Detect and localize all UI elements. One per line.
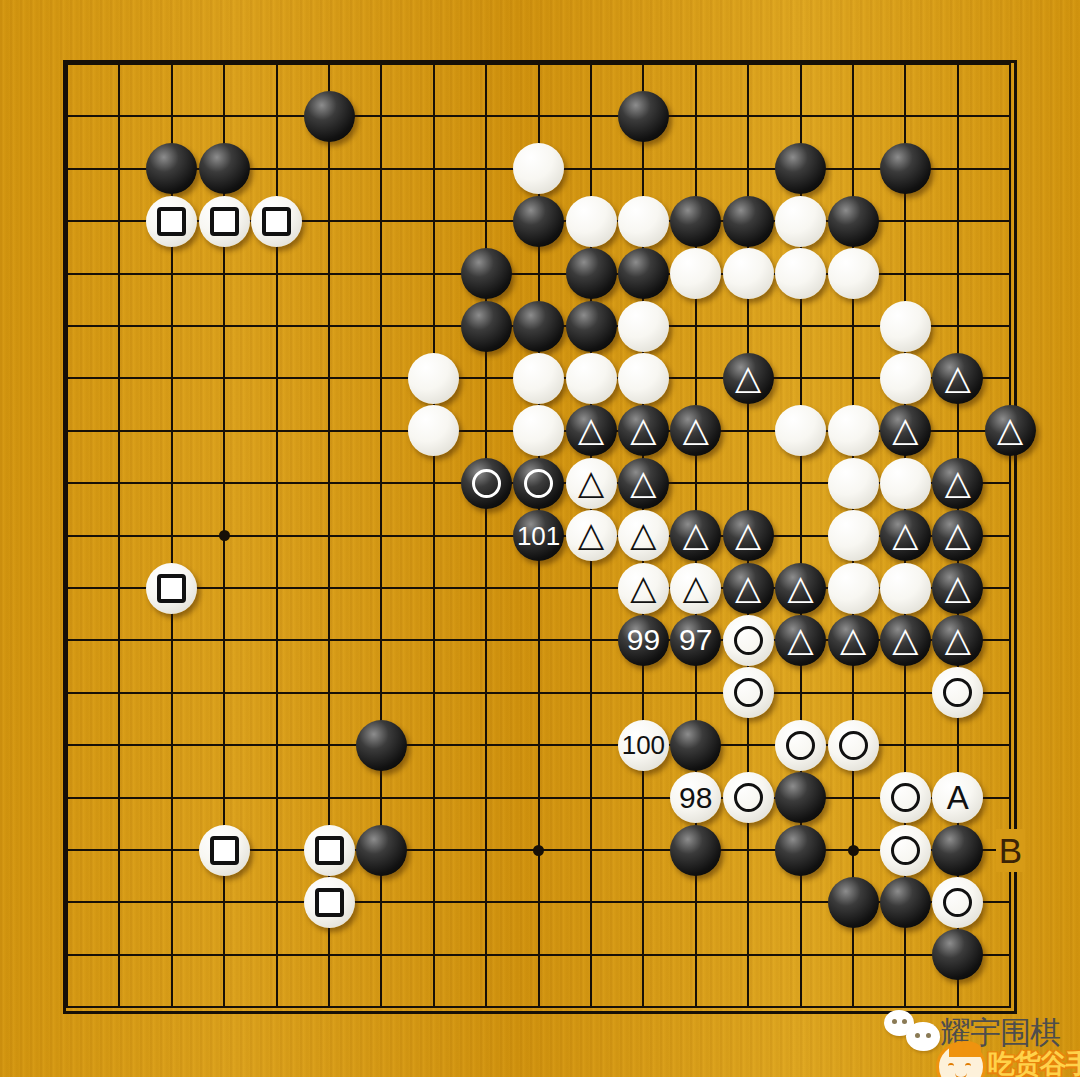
triangle-mark: △: [683, 412, 709, 446]
white-stone: [723, 772, 774, 823]
move-number: 98: [679, 783, 712, 813]
black-stone: △: [566, 405, 617, 456]
black-stone: [775, 825, 826, 876]
point-letter-label: B: [996, 829, 1025, 872]
black-stone: 99: [618, 615, 669, 666]
square-mark: [210, 836, 239, 865]
black-stone: △: [880, 615, 931, 666]
triangle-mark: △: [578, 412, 604, 446]
white-stone: [828, 510, 879, 561]
circle-mark: [472, 469, 501, 498]
triangle-mark: △: [945, 517, 971, 551]
white-stone: [304, 877, 355, 928]
circle-mark: [734, 626, 763, 655]
circle-mark: [734, 678, 763, 707]
white-stone: [880, 301, 931, 352]
white-stone: [828, 248, 879, 299]
triangle-mark: △: [945, 622, 971, 656]
square-mark: [210, 207, 239, 236]
black-stone: [513, 301, 564, 352]
white-stone: [775, 720, 826, 771]
triangle-mark: △: [630, 517, 656, 551]
triangle-mark: △: [735, 517, 761, 551]
black-stone: △: [880, 510, 931, 561]
move-number: 99: [627, 625, 660, 655]
black-stone: △: [723, 563, 774, 614]
white-stone: △: [618, 563, 669, 614]
watermark-face-icon: [936, 1042, 986, 1077]
black-stone: △: [985, 405, 1036, 456]
triangle-mark: △: [788, 622, 814, 656]
white-stone: [828, 405, 879, 456]
white-stone: [828, 458, 879, 509]
square-mark: [315, 836, 344, 865]
white-stone: [618, 353, 669, 404]
go-board: △△△△△△△△△△101△△△△△△△△△△△9997△△△△10098AB: [0, 0, 1080, 1077]
triangle-mark: △: [892, 412, 918, 446]
black-stone: [880, 877, 931, 928]
black-stone: [304, 91, 355, 142]
star-point: [848, 845, 859, 856]
white-stone: [775, 248, 826, 299]
black-stone: △: [932, 353, 983, 404]
white-stone: △: [618, 510, 669, 561]
triangle-mark: △: [735, 360, 761, 394]
screenshot-root: △△△△△△△△△△101△△△△△△△△△△△9997△△△△10098AB …: [0, 0, 1080, 1077]
white-stone: [880, 458, 931, 509]
circle-mark: [524, 469, 553, 498]
black-stone: △: [775, 563, 826, 614]
white-stone: 100: [618, 720, 669, 771]
black-stone: [356, 720, 407, 771]
black-stone: [670, 720, 721, 771]
triangle-mark: △: [578, 465, 604, 499]
white-stone: △: [670, 563, 721, 614]
black-stone: [356, 825, 407, 876]
white-stone: [566, 353, 617, 404]
black-stone: △: [932, 615, 983, 666]
white-stone: [932, 877, 983, 928]
black-stone: 101: [513, 510, 564, 561]
white-stone: [146, 196, 197, 247]
circle-mark: [839, 731, 868, 760]
black-stone: [828, 877, 879, 928]
circle-mark: [786, 731, 815, 760]
triangle-mark: △: [892, 622, 918, 656]
move-number: 97: [679, 625, 712, 655]
square-mark: [315, 888, 344, 917]
white-stone: [408, 353, 459, 404]
move-number: 100: [622, 732, 665, 758]
white-stone: [880, 563, 931, 614]
black-stone: [618, 248, 669, 299]
black-stone: △: [828, 615, 879, 666]
white-stone: [513, 353, 564, 404]
circle-mark: [891, 836, 920, 865]
black-stone: 97: [670, 615, 721, 666]
white-stone: [199, 196, 250, 247]
circle-mark: [734, 783, 763, 812]
watermark: 吃货谷手游: [932, 1040, 1080, 1077]
square-mark: [157, 574, 186, 603]
watermark-text: 吃货谷手游: [988, 1046, 1080, 1077]
move-number: 101: [517, 523, 560, 549]
white-stone: [775, 196, 826, 247]
triangle-mark: △: [683, 570, 709, 604]
white-stone: [880, 353, 931, 404]
black-stone: △: [932, 458, 983, 509]
black-stone: [199, 143, 250, 194]
white-stone: [723, 615, 774, 666]
white-stone: [828, 720, 879, 771]
black-stone: [932, 825, 983, 876]
black-stone: [670, 196, 721, 247]
black-stone: [828, 196, 879, 247]
triangle-mark: △: [945, 360, 971, 394]
triangle-mark: △: [630, 412, 656, 446]
white-stone: [304, 825, 355, 876]
triangle-mark: △: [788, 570, 814, 604]
circle-mark: [943, 678, 972, 707]
stone-letter-label: A: [947, 781, 969, 814]
black-stone: △: [880, 405, 931, 456]
star-point: [533, 845, 544, 856]
triangle-mark: △: [892, 517, 918, 551]
white-stone: [723, 248, 774, 299]
circle-mark: [891, 783, 920, 812]
star-point: [219, 530, 230, 541]
footer: 耀宇围棋 吃货谷手游: [0, 1002, 1080, 1077]
black-stone: [513, 458, 564, 509]
white-stone: [618, 301, 669, 352]
white-stone: [723, 667, 774, 718]
white-stone: [828, 563, 879, 614]
white-stone: [880, 825, 931, 876]
square-mark: [157, 207, 186, 236]
triangle-mark: △: [683, 517, 709, 551]
black-stone: [566, 301, 617, 352]
black-stone: [670, 825, 721, 876]
black-stone: △: [775, 615, 826, 666]
triangle-mark: △: [630, 570, 656, 604]
triangle-mark: △: [630, 465, 656, 499]
black-stone: [461, 458, 512, 509]
square-mark: [262, 207, 291, 236]
white-stone: △: [566, 458, 617, 509]
black-stone: [566, 248, 617, 299]
triangle-mark: △: [840, 622, 866, 656]
white-stone: [251, 196, 302, 247]
black-stone: △: [723, 510, 774, 561]
black-stone: [513, 196, 564, 247]
black-stone: △: [932, 563, 983, 614]
black-stone: [461, 301, 512, 352]
triangle-mark: △: [945, 465, 971, 499]
white-stone: [880, 772, 931, 823]
triangle-mark: △: [735, 570, 761, 604]
black-stone: △: [618, 405, 669, 456]
black-stone: [723, 196, 774, 247]
white-stone: [199, 825, 250, 876]
triangle-mark: △: [945, 570, 971, 604]
black-stone: [618, 91, 669, 142]
triangle-mark: △: [997, 412, 1023, 446]
black-stone: △: [723, 353, 774, 404]
black-stone: △: [618, 458, 669, 509]
white-stone: [146, 563, 197, 614]
white-stone: △: [566, 510, 617, 561]
white-stone: [566, 196, 617, 247]
black-stone: [461, 248, 512, 299]
black-stone: [880, 143, 931, 194]
white-stone: [618, 196, 669, 247]
black-stone: [775, 772, 826, 823]
triangle-mark: △: [578, 517, 604, 551]
circle-mark: [943, 888, 972, 917]
